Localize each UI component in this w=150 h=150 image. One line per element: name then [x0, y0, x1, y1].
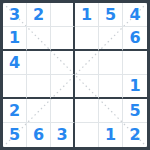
cell-r2c3[interactable]	[51, 27, 75, 51]
cell-r6c3-given-3[interactable]: 3	[51, 123, 75, 147]
cell-r3c5[interactable]	[99, 51, 123, 75]
cell-r4c4[interactable]	[75, 75, 99, 99]
cell-r2c1-given-1[interactable]: 1	[3, 27, 27, 51]
cell-r5c6-given-5[interactable]: 5	[123, 99, 147, 123]
cell-r5c4[interactable]	[75, 99, 99, 123]
cell-r3c4[interactable]	[75, 51, 99, 75]
cell-r4c3[interactable]	[51, 75, 75, 99]
cell-r5c2[interactable]	[27, 99, 51, 123]
cell-r6c2-given-6[interactable]: 6	[27, 123, 51, 147]
cell-r1c5-given-5[interactable]: 5	[99, 3, 123, 27]
cell-r2c4[interactable]	[75, 27, 99, 51]
cell-r6c1-given-5[interactable]: 5	[3, 123, 27, 147]
sudoku-grid: 3215416412556312	[3, 3, 147, 147]
cell-r1c4-given-1[interactable]: 1	[75, 3, 99, 27]
cell-r5c1-given-2[interactable]: 2	[3, 99, 27, 123]
cell-r6c4[interactable]	[75, 123, 99, 147]
cell-r5c5[interactable]	[99, 99, 123, 123]
sudoku-board: 3215416412556312	[0, 0, 150, 150]
cell-r4c2[interactable]	[27, 75, 51, 99]
cell-r1c3[interactable]	[51, 3, 75, 27]
cell-r3c3[interactable]	[51, 51, 75, 75]
cell-r4c6-given-1[interactable]: 1	[123, 75, 147, 99]
cell-r3c6[interactable]	[123, 51, 147, 75]
cell-r1c6-given-4[interactable]: 4	[123, 3, 147, 27]
cell-r6c5-given-1[interactable]: 1	[99, 123, 123, 147]
cell-r3c2[interactable]	[27, 51, 51, 75]
cell-r1c2-given-2[interactable]: 2	[27, 3, 51, 27]
cell-r2c5[interactable]	[99, 27, 123, 51]
cell-r1c1-given-3[interactable]: 3	[3, 3, 27, 27]
cell-r4c5[interactable]	[99, 75, 123, 99]
cell-r4c1[interactable]	[3, 75, 27, 99]
cell-r2c6-given-6[interactable]: 6	[123, 27, 147, 51]
cell-r5c3[interactable]	[51, 99, 75, 123]
cell-r2c2[interactable]	[27, 27, 51, 51]
cell-r3c1-given-4[interactable]: 4	[3, 51, 27, 75]
cell-r6c6-given-2[interactable]: 2	[123, 123, 147, 147]
